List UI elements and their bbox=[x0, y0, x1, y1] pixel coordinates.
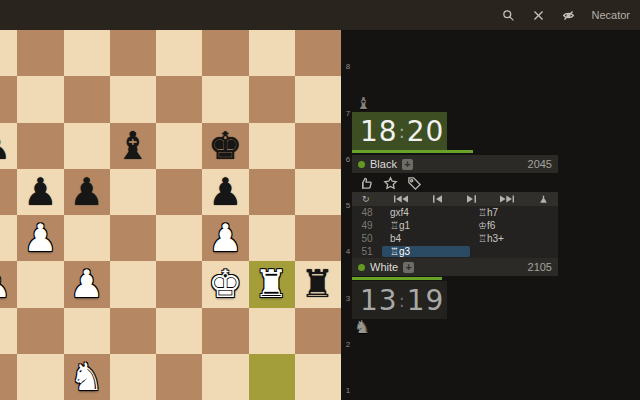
square-a1[interactable] bbox=[0, 354, 17, 400]
square-b8[interactable] bbox=[17, 30, 63, 76]
move-row-51: 51♖g3 bbox=[352, 245, 558, 258]
square-h6[interactable] bbox=[295, 123, 341, 169]
square-g4[interactable] bbox=[249, 215, 295, 261]
square-f3[interactable]: ♚ bbox=[202, 261, 248, 307]
move-white-50[interactable]: b4 bbox=[382, 233, 470, 244]
move-white-51[interactable]: ♖g3 bbox=[382, 246, 470, 257]
white-clock: 13:19 bbox=[352, 281, 447, 319]
search-icon[interactable] bbox=[501, 8, 515, 22]
square-d5[interactable] bbox=[110, 169, 156, 215]
piece-white-king[interactable]: ♚ bbox=[202, 261, 248, 307]
square-a5[interactable] bbox=[0, 169, 17, 215]
follow-plus-icon[interactable]: + bbox=[402, 159, 413, 170]
move-list: 48gxf4♖h749♖g1♔f650b4♖h3+51♖g3 bbox=[352, 206, 558, 258]
close-icon[interactable] bbox=[531, 8, 545, 22]
square-g7[interactable] bbox=[249, 76, 295, 122]
square-e8[interactable] bbox=[156, 30, 202, 76]
square-c7[interactable] bbox=[64, 76, 110, 122]
chess-board: ♟♝♚♟♟♟♟♟♟♟♚♜♜♞ bbox=[0, 30, 341, 400]
square-g2[interactable] bbox=[249, 308, 295, 354]
white-time-bar bbox=[352, 277, 442, 280]
square-a3[interactable]: ♟ bbox=[0, 261, 17, 307]
square-a2[interactable] bbox=[0, 308, 17, 354]
square-f1[interactable] bbox=[202, 354, 248, 400]
follow-plus-icon[interactable]: + bbox=[403, 262, 414, 273]
thumbs-up-icon[interactable] bbox=[358, 175, 374, 191]
piece-white-rook[interactable]: ♜ bbox=[249, 261, 295, 307]
square-a8[interactable] bbox=[0, 30, 17, 76]
piece-black-king[interactable]: ♚ bbox=[202, 123, 248, 169]
move-number: 50 bbox=[352, 233, 382, 244]
material-bishop-icon: ♝ bbox=[356, 96, 370, 112]
move-list-box: ↻ 48gxf4♖h749♖g1♔f650b4♖h3+51♖g3 bbox=[352, 192, 558, 258]
material-knight-icon: ♞ bbox=[354, 318, 370, 336]
move-number: 49 bbox=[352, 220, 382, 231]
piece-black-pawn[interactable]: ♟ bbox=[17, 169, 63, 215]
move-white-49[interactable]: ♖g1 bbox=[382, 220, 470, 231]
square-b3[interactable] bbox=[17, 261, 63, 307]
square-f2[interactable] bbox=[202, 308, 248, 354]
square-e3[interactable] bbox=[156, 261, 202, 307]
square-h8[interactable] bbox=[295, 30, 341, 76]
square-c6[interactable] bbox=[64, 123, 110, 169]
square-e7[interactable] bbox=[156, 76, 202, 122]
square-h2[interactable] bbox=[295, 308, 341, 354]
black-rating: 2045 bbox=[528, 158, 552, 170]
square-e5[interactable] bbox=[156, 169, 202, 215]
piece-white-pawn[interactable]: ♟ bbox=[17, 215, 63, 261]
square-f4[interactable]: ♟ bbox=[202, 215, 248, 261]
square-b7[interactable] bbox=[17, 76, 63, 122]
piece-black-pawn[interactable]: ♟ bbox=[0, 123, 17, 169]
square-c8[interactable] bbox=[64, 30, 110, 76]
square-e4[interactable] bbox=[156, 215, 202, 261]
black-clock: 18:20 bbox=[352, 112, 447, 150]
black-time-bar bbox=[352, 150, 473, 153]
square-h3[interactable]: ♜ bbox=[295, 261, 341, 307]
square-f8[interactable] bbox=[202, 30, 248, 76]
top-bar: Necator bbox=[0, 0, 640, 30]
move-black-50[interactable]: ♖h3+ bbox=[470, 233, 558, 244]
square-b4[interactable]: ♟ bbox=[17, 215, 63, 261]
username-label[interactable]: Necator bbox=[591, 9, 630, 21]
square-d4[interactable] bbox=[110, 215, 156, 261]
square-c5[interactable]: ♟ bbox=[64, 169, 110, 215]
move-row-49: 49♖g1♔f6 bbox=[352, 219, 558, 232]
square-d8[interactable] bbox=[110, 30, 156, 76]
white-online-dot bbox=[358, 264, 365, 271]
square-g1[interactable] bbox=[249, 354, 295, 400]
square-e6[interactable] bbox=[156, 123, 202, 169]
piece-white-pawn[interactable]: ♟ bbox=[202, 215, 248, 261]
square-a7[interactable] bbox=[0, 76, 17, 122]
square-d1[interactable] bbox=[110, 354, 156, 400]
square-h4[interactable] bbox=[295, 215, 341, 261]
eye-off-icon[interactable] bbox=[561, 8, 575, 22]
piece-black-bishop[interactable]: ♝ bbox=[110, 123, 156, 169]
square-h1[interactable] bbox=[295, 354, 341, 400]
star-icon[interactable] bbox=[382, 175, 398, 191]
move-black-48[interactable]: ♖h7 bbox=[470, 207, 558, 218]
piece-black-pawn[interactable]: ♟ bbox=[64, 169, 110, 215]
next-move-icon[interactable] bbox=[467, 195, 476, 203]
square-f5[interactable]: ♟ bbox=[202, 169, 248, 215]
square-g3[interactable]: ♜ bbox=[249, 261, 295, 307]
square-e2[interactable] bbox=[156, 308, 202, 354]
piece-black-pawn[interactable]: ♟ bbox=[202, 169, 248, 215]
square-a6[interactable]: ♟ bbox=[0, 123, 17, 169]
square-d3[interactable] bbox=[110, 261, 156, 307]
square-e1[interactable] bbox=[156, 354, 202, 400]
square-a4[interactable] bbox=[0, 215, 17, 261]
white-player-name[interactable]: White bbox=[370, 261, 398, 273]
move-number: 48 bbox=[352, 207, 382, 218]
square-g8[interactable] bbox=[249, 30, 295, 76]
tag-icon[interactable] bbox=[406, 175, 422, 191]
square-c1[interactable]: ♞ bbox=[64, 354, 110, 400]
move-black-49[interactable]: ♔f6 bbox=[470, 220, 558, 231]
square-b5[interactable]: ♟ bbox=[17, 169, 63, 215]
move-row-48: 48gxf4♖h7 bbox=[352, 206, 558, 219]
piece-white-knight[interactable]: ♞ bbox=[64, 354, 110, 400]
square-d2[interactable] bbox=[110, 308, 156, 354]
square-g5[interactable] bbox=[249, 169, 295, 215]
square-h7[interactable] bbox=[295, 76, 341, 122]
chess-board-viewport: ♟♝♚♟♟♟♟♟♟♟♚♜♜♞ bbox=[0, 30, 342, 400]
last-move-icon[interactable] bbox=[500, 195, 514, 203]
square-c2[interactable] bbox=[64, 308, 110, 354]
spectator-actions bbox=[358, 175, 422, 191]
black-player-name[interactable]: Black bbox=[370, 158, 397, 170]
first-move-icon[interactable] bbox=[394, 195, 408, 203]
square-b1[interactable] bbox=[17, 354, 63, 400]
square-c3[interactable]: ♟ bbox=[64, 261, 110, 307]
piece-white-pawn[interactable]: ♟ bbox=[64, 261, 110, 307]
analysis-flask-icon[interactable] bbox=[539, 195, 548, 203]
game-side-panel: ♝ 18:20 Black + 2045 ↻ bbox=[352, 30, 558, 400]
white-player-row: White + 2105 bbox=[352, 258, 558, 276]
square-f7[interactable] bbox=[202, 76, 248, 122]
move-number: 51 bbox=[352, 246, 382, 257]
square-d7[interactable] bbox=[110, 76, 156, 122]
move-white-48[interactable]: gxf4 bbox=[382, 207, 470, 218]
previous-move-icon[interactable] bbox=[433, 195, 442, 203]
black-player-row: Black + 2045 bbox=[352, 155, 558, 173]
white-rating: 2105 bbox=[528, 261, 552, 273]
square-d6[interactable]: ♝ bbox=[110, 123, 156, 169]
square-b2[interactable] bbox=[17, 308, 63, 354]
black-online-dot bbox=[358, 161, 365, 168]
square-c4[interactable] bbox=[64, 215, 110, 261]
piece-white-pawn[interactable]: ♟ bbox=[0, 261, 17, 307]
square-h5[interactable] bbox=[295, 169, 341, 215]
move-controls: ↻ bbox=[352, 192, 558, 206]
app-window: Necator ♟♝♚♟♟♟♟♟♟♟♚♜♜♞ 87654321 ♝ 18:20 … bbox=[0, 0, 640, 400]
cycle-icon[interactable]: ↻ bbox=[362, 195, 370, 204]
square-b6[interactable] bbox=[17, 123, 63, 169]
piece-black-rook[interactable]: ♜ bbox=[295, 261, 341, 307]
move-row-50: 50b4♖h3+ bbox=[352, 232, 558, 245]
square-g6[interactable] bbox=[249, 123, 295, 169]
square-f6[interactable]: ♚ bbox=[202, 123, 248, 169]
